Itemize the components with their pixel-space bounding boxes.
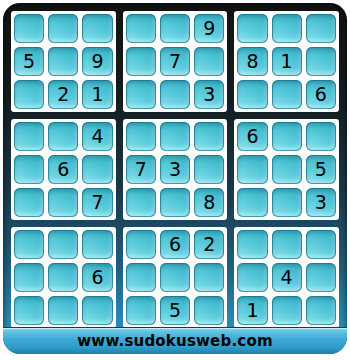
sudoku-cell-r1c4[interactable] xyxy=(126,14,156,43)
box-1: 5921 xyxy=(11,11,116,112)
sudoku-cell-r5c9[interactable]: 5 xyxy=(306,155,336,184)
sudoku-cell-r2c1[interactable]: 5 xyxy=(14,47,44,76)
sudoku-cell-r9c4[interactable] xyxy=(126,296,156,325)
sudoku-cell-r6c8[interactable] xyxy=(272,188,302,217)
box-9: 41 xyxy=(234,227,339,328)
box-4: 467 xyxy=(11,119,116,220)
sudoku-cell-r7c9[interactable] xyxy=(306,230,336,259)
sudoku-cell-r6c9[interactable]: 3 xyxy=(306,188,336,217)
sudoku-cell-r2c6[interactable] xyxy=(194,47,224,76)
sudoku-cell-r9c5[interactable]: 5 xyxy=(160,296,190,325)
footer-band: www.sudokusweb.com xyxy=(3,327,347,354)
sudoku-cell-r6c1[interactable] xyxy=(14,188,44,217)
sudoku-cell-r4c6[interactable] xyxy=(194,122,224,151)
sudoku-cell-r8c3[interactable]: 6 xyxy=(82,263,112,292)
sudoku-cell-r4c9[interactable] xyxy=(306,122,336,151)
sudoku-cell-r3c3[interactable]: 1 xyxy=(82,80,112,109)
board-frame: 5921973816467738653662541 www.sudokusweb… xyxy=(3,3,347,354)
sudoku-cell-r3c5[interactable] xyxy=(160,80,190,109)
sudoku-cell-r7c3[interactable] xyxy=(82,230,112,259)
sudoku-cell-r6c7[interactable] xyxy=(237,188,267,217)
sudoku-app: 5921973816467738653662541 www.sudokusweb… xyxy=(0,0,350,360)
sudoku-cell-r8c2[interactable] xyxy=(48,263,78,292)
sudoku-cell-r6c6[interactable]: 8 xyxy=(194,188,224,217)
sudoku-cell-r2c7[interactable]: 8 xyxy=(237,47,267,76)
sudoku-cell-r9c6[interactable] xyxy=(194,296,224,325)
sudoku-cell-r4c2[interactable] xyxy=(48,122,78,151)
sudoku-cell-r7c8[interactable] xyxy=(272,230,302,259)
sudoku-cell-r6c2[interactable] xyxy=(48,188,78,217)
sudoku-cell-r9c7[interactable]: 1 xyxy=(237,296,267,325)
box-7: 6 xyxy=(11,227,116,328)
sudoku-cell-r3c1[interactable] xyxy=(14,80,44,109)
sudoku-cell-r2c4[interactable] xyxy=(126,47,156,76)
sudoku-cell-r7c6[interactable]: 2 xyxy=(194,230,224,259)
sudoku-cell-r6c3[interactable]: 7 xyxy=(82,188,112,217)
sudoku-cell-r5c4[interactable]: 7 xyxy=(126,155,156,184)
sudoku-cell-r1c5[interactable] xyxy=(160,14,190,43)
sudoku-cell-r1c8[interactable] xyxy=(272,14,302,43)
sudoku-cell-r3c4[interactable] xyxy=(126,80,156,109)
sudoku-cell-r2c3[interactable]: 9 xyxy=(82,47,112,76)
sudoku-cell-r3c7[interactable] xyxy=(237,80,267,109)
sudoku-cell-r8c8[interactable]: 4 xyxy=(272,263,302,292)
sudoku-cell-r2c2[interactable] xyxy=(48,47,78,76)
sudoku-cell-r5c8[interactable] xyxy=(272,155,302,184)
sudoku-cell-r4c1[interactable] xyxy=(14,122,44,151)
sudoku-cell-r4c4[interactable] xyxy=(126,122,156,151)
sudoku-cell-r4c8[interactable] xyxy=(272,122,302,151)
sudoku-cell-r8c5[interactable] xyxy=(160,263,190,292)
sudoku-cell-r2c9[interactable] xyxy=(306,47,336,76)
box-5: 738 xyxy=(123,119,228,220)
sudoku-cell-r4c7[interactable]: 6 xyxy=(237,122,267,151)
sudoku-cell-r2c5[interactable]: 7 xyxy=(160,47,190,76)
sudoku-cell-r1c2[interactable] xyxy=(48,14,78,43)
sudoku-cell-r9c8[interactable] xyxy=(272,296,302,325)
sudoku-cell-r7c7[interactable] xyxy=(237,230,267,259)
sudoku-cell-r8c6[interactable] xyxy=(194,263,224,292)
sudoku-cell-r1c3[interactable] xyxy=(82,14,112,43)
sudoku-cell-r7c1[interactable] xyxy=(14,230,44,259)
sudoku-cell-r4c5[interactable] xyxy=(160,122,190,151)
sudoku-cell-r5c6[interactable] xyxy=(194,155,224,184)
sudoku-cell-r5c3[interactable] xyxy=(82,155,112,184)
box-2: 973 xyxy=(123,11,228,112)
sudoku-cell-r1c1[interactable] xyxy=(14,14,44,43)
sudoku-cell-r5c7[interactable] xyxy=(237,155,267,184)
sudoku-cell-r8c7[interactable] xyxy=(237,263,267,292)
sudoku-cell-r5c2[interactable]: 6 xyxy=(48,155,78,184)
sudoku-cell-r9c1[interactable] xyxy=(14,296,44,325)
sudoku-cell-r7c4[interactable] xyxy=(126,230,156,259)
sudoku-cell-r2c8[interactable]: 1 xyxy=(272,47,302,76)
sudoku-cell-r3c2[interactable]: 2 xyxy=(48,80,78,109)
box-3: 816 xyxy=(234,11,339,112)
sudoku-cell-r3c6[interactable]: 3 xyxy=(194,80,224,109)
sudoku-cell-r7c2[interactable] xyxy=(48,230,78,259)
sudoku-cell-r5c5[interactable]: 3 xyxy=(160,155,190,184)
sudoku-board: 5921973816467738653662541 xyxy=(11,11,339,328)
sudoku-cell-r7c5[interactable]: 6 xyxy=(160,230,190,259)
sudoku-cell-r6c4[interactable] xyxy=(126,188,156,217)
sudoku-cell-r3c8[interactable] xyxy=(272,80,302,109)
box-6: 653 xyxy=(234,119,339,220)
sudoku-cell-r4c3[interactable]: 4 xyxy=(82,122,112,151)
sudoku-cell-r5c1[interactable] xyxy=(14,155,44,184)
sudoku-cell-r8c4[interactable] xyxy=(126,263,156,292)
website-link[interactable]: www.sudokusweb.com xyxy=(77,332,272,350)
sudoku-cell-r8c1[interactable] xyxy=(14,263,44,292)
sudoku-cell-r3c9[interactable]: 6 xyxy=(306,80,336,109)
sudoku-cell-r9c9[interactable] xyxy=(306,296,336,325)
sudoku-cell-r9c3[interactable] xyxy=(82,296,112,325)
sudoku-cell-r9c2[interactable] xyxy=(48,296,78,325)
sudoku-cell-r1c7[interactable] xyxy=(237,14,267,43)
sudoku-cell-r1c9[interactable] xyxy=(306,14,336,43)
sudoku-cell-r1c6[interactable]: 9 xyxy=(194,14,224,43)
box-8: 625 xyxy=(123,227,228,328)
sudoku-cell-r8c9[interactable] xyxy=(306,263,336,292)
sudoku-cell-r6c5[interactable] xyxy=(160,188,190,217)
